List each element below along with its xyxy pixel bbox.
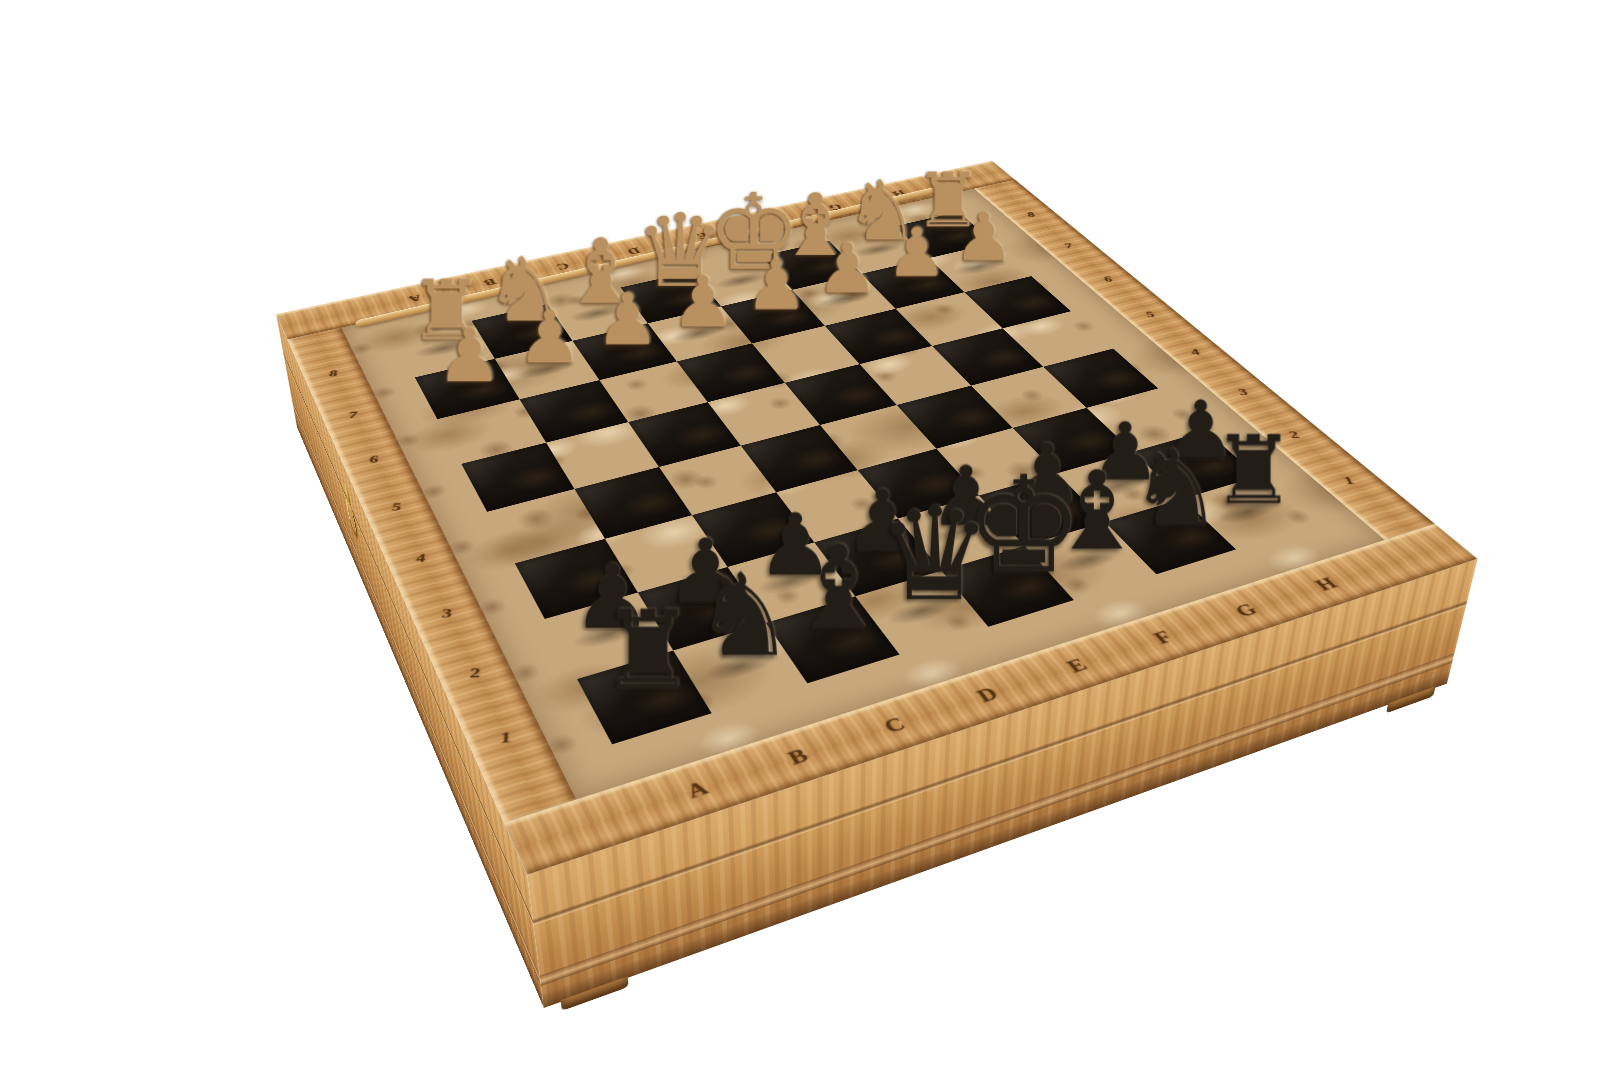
piece-black-queen[interactable]: ♛ bbox=[877, 488, 976, 617]
piece-black-rook[interactable]: ♜ bbox=[595, 595, 700, 702]
rank-label-left-1: 1 bbox=[500, 729, 512, 747]
rank-label-left-6: 6 bbox=[368, 453, 379, 465]
rank-label-right-1: 1 bbox=[1341, 475, 1356, 488]
file-label-far-a: A bbox=[406, 292, 423, 304]
file-label-far-c: C bbox=[554, 261, 572, 272]
scene: ABCDEFGH ABCDEFGH 87654321 87654321 ♜♞♝♛… bbox=[0, 0, 1600, 1066]
rank-label-left-3: 3 bbox=[441, 606, 453, 621]
file-label-near-e: E bbox=[1062, 655, 1092, 678]
rank-label-left-7: 7 bbox=[348, 409, 359, 420]
rank-label-right-7: 7 bbox=[1063, 242, 1074, 251]
file-label-near-b: B bbox=[784, 744, 813, 769]
rank-label-right-8: 8 bbox=[1026, 211, 1036, 219]
rank-label-left-5: 5 bbox=[391, 501, 402, 514]
rank-label-left-2: 2 bbox=[469, 665, 481, 681]
rank-label-right-5: 5 bbox=[1145, 310, 1157, 320]
rank-label-left-8: 8 bbox=[328, 368, 339, 379]
piece-black-bishop[interactable]: ♝ bbox=[787, 530, 888, 645]
file-label-near-h: H bbox=[1310, 574, 1342, 595]
board-box: ABCDEFGH ABCDEFGH 87654321 87654321 ♜♞♝♛… bbox=[276, 161, 1477, 875]
file-label-near-f: F bbox=[1149, 627, 1178, 648]
piece-black-knight[interactable]: ♞ bbox=[693, 558, 796, 673]
rank-label-right-6: 6 bbox=[1103, 275, 1114, 284]
file-label-near-a: A bbox=[683, 777, 713, 804]
rank-label-left-4: 4 bbox=[415, 551, 426, 565]
file-label-far-b: B bbox=[482, 276, 499, 287]
file-label-near-d: D bbox=[972, 683, 1003, 707]
file-label-near-g: G bbox=[1230, 600, 1262, 622]
square-a5[interactable] bbox=[461, 443, 574, 512]
file-label-near-c: C bbox=[880, 713, 911, 738]
square-b5[interactable] bbox=[546, 422, 659, 489]
rank-label-right-4: 4 bbox=[1189, 347, 1202, 357]
